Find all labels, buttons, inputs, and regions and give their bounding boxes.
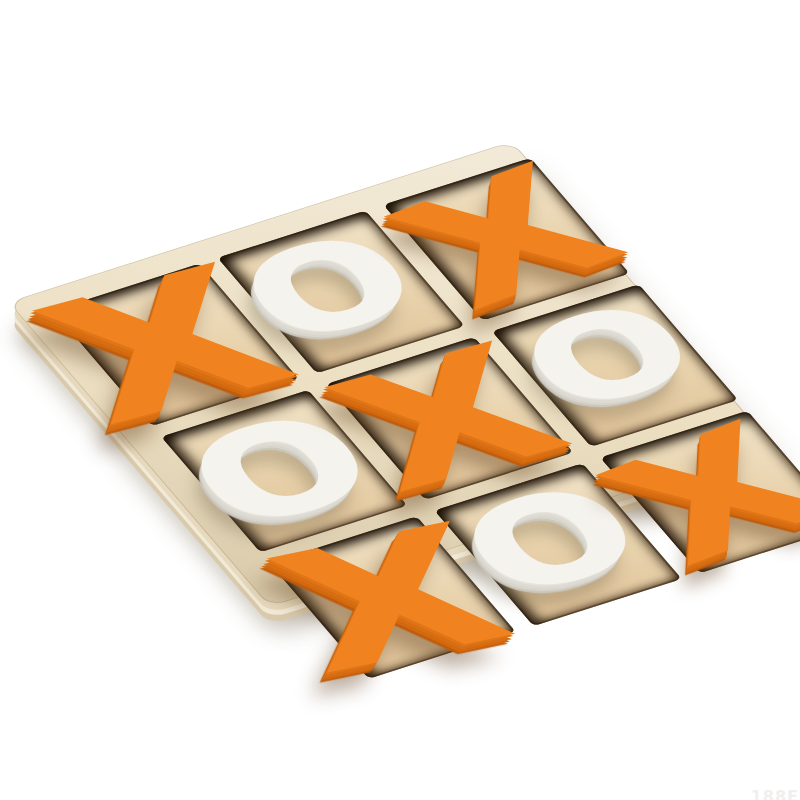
board-scene: X O X O X O X O X 188E [0, 0, 800, 800]
tictactoe-board: X O X O X O X O X [8, 141, 774, 607]
watermark: 188E [751, 787, 799, 800]
